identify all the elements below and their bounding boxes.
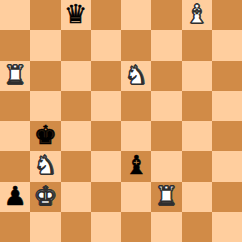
square-f7[interactable] [151,30,181,60]
square-h3[interactable] [212,151,242,181]
piece-white-knight[interactable]: ♞ [34,152,57,178]
square-e7[interactable] [121,30,151,60]
piece-white-rook[interactable]: ♜ [155,183,178,209]
square-h6[interactable] [212,61,242,91]
square-a8[interactable] [0,0,30,30]
piece-black-bishop[interactable]: ♝ [124,152,147,178]
square-b7[interactable] [30,30,60,60]
square-e3[interactable]: ♝ [121,151,151,181]
square-h4[interactable] [212,121,242,151]
piece-white-king[interactable]: ♚ [34,183,57,209]
square-a3[interactable] [0,151,30,181]
square-g3[interactable] [182,151,212,181]
square-e8[interactable] [121,0,151,30]
square-g4[interactable] [182,121,212,151]
piece-black-king[interactable]: ♚ [34,122,57,148]
square-b1[interactable] [30,212,60,242]
square-c2[interactable] [61,182,91,212]
square-a6[interactable]: ♜ [0,61,30,91]
chess-board: ♛♝♜♞♚♞♝♟♚♜ [0,0,242,242]
square-e2[interactable] [121,182,151,212]
square-e1[interactable] [121,212,151,242]
square-f1[interactable] [151,212,181,242]
square-h1[interactable] [212,212,242,242]
square-g7[interactable] [182,30,212,60]
square-c6[interactable] [61,61,91,91]
square-f6[interactable] [151,61,181,91]
square-c8[interactable]: ♛ [61,0,91,30]
square-b8[interactable] [30,0,60,30]
square-h5[interactable] [212,91,242,121]
square-c4[interactable] [61,121,91,151]
square-f5[interactable] [151,91,181,121]
square-b3[interactable]: ♞ [30,151,60,181]
square-a7[interactable] [0,30,30,60]
square-b5[interactable] [30,91,60,121]
square-f4[interactable] [151,121,181,151]
square-h8[interactable] [212,0,242,30]
square-g6[interactable] [182,61,212,91]
square-e4[interactable] [121,121,151,151]
square-d5[interactable] [91,91,121,121]
square-d7[interactable] [91,30,121,60]
square-b6[interactable] [30,61,60,91]
square-f8[interactable] [151,0,181,30]
square-c1[interactable] [61,212,91,242]
piece-black-pawn[interactable]: ♟ [3,183,26,209]
square-h7[interactable] [212,30,242,60]
square-f2[interactable]: ♜ [151,182,181,212]
square-a4[interactable] [0,121,30,151]
square-b4[interactable]: ♚ [30,121,60,151]
square-g8[interactable]: ♝ [182,0,212,30]
square-g5[interactable] [182,91,212,121]
square-d8[interactable] [91,0,121,30]
square-a2[interactable]: ♟ [0,182,30,212]
square-c7[interactable] [61,30,91,60]
square-b2[interactable]: ♚ [30,182,60,212]
square-g1[interactable] [182,212,212,242]
square-e6[interactable]: ♞ [121,61,151,91]
square-d1[interactable] [91,212,121,242]
piece-white-rook[interactable]: ♜ [3,62,26,88]
square-a1[interactable] [0,212,30,242]
square-c5[interactable] [61,91,91,121]
square-d3[interactable] [91,151,121,181]
square-e5[interactable] [121,91,151,121]
piece-white-bishop[interactable]: ♝ [185,1,208,27]
square-h2[interactable] [212,182,242,212]
piece-black-queen[interactable]: ♛ [64,1,87,27]
piece-white-knight[interactable]: ♞ [124,62,147,88]
square-c3[interactable] [61,151,91,181]
square-f3[interactable] [151,151,181,181]
square-a5[interactable] [0,91,30,121]
square-d4[interactable] [91,121,121,151]
square-g2[interactable] [182,182,212,212]
square-d6[interactable] [91,61,121,91]
square-d2[interactable] [91,182,121,212]
